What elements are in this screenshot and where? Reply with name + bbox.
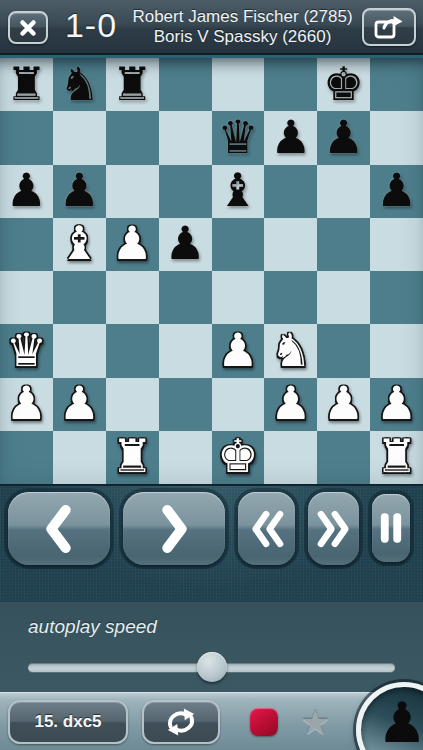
square-h4 (370, 271, 423, 324)
square-h1: ♜ (370, 431, 423, 484)
square-d3 (159, 324, 212, 377)
square-f2: ♟ (264, 378, 317, 431)
piece-white-rook-c1: ♜ (112, 433, 153, 479)
black-player-line: Boris V Spassky (2660) (128, 27, 357, 47)
chess-viewer-app: 1-0 Robert James Fischer (2785) Boris V … (0, 0, 423, 750)
double-chevron-left-icon (247, 506, 287, 552)
square-g2: ♟ (317, 378, 370, 431)
square-f4 (264, 271, 317, 324)
square-b1 (53, 431, 106, 484)
square-h5 (370, 218, 423, 271)
square-a1 (0, 431, 53, 484)
square-f6 (264, 165, 317, 218)
game-title: Robert James Fischer (2785) Boris V Spas… (128, 7, 357, 47)
piece-black-bishop-e6: ♝ (217, 167, 258, 213)
square-f8 (264, 58, 317, 111)
current-move-label: 15. dxc5 (34, 712, 101, 732)
square-a3: ♛ (0, 324, 53, 377)
piece-black-pawn-h6: ♟ (376, 167, 417, 213)
piece-black-pawn-f7: ♟ (270, 114, 311, 160)
square-e2 (212, 378, 265, 431)
square-d5: ♟ (159, 218, 212, 271)
share-icon (373, 13, 405, 41)
piece-black-rook-a8: ♜ (6, 61, 47, 107)
square-a4 (0, 271, 53, 324)
pause-button[interactable] (372, 494, 410, 562)
square-b6: ♟ (53, 165, 106, 218)
square-a5 (0, 218, 53, 271)
previous-move-button[interactable] (8, 492, 110, 565)
square-d8 (159, 58, 212, 111)
square-f1 (264, 431, 317, 484)
piece-black-pawn-d5: ♟ (164, 220, 205, 266)
go-to-start-button[interactable] (238, 492, 295, 565)
piece-black-pawn-g7: ♟ (323, 114, 364, 160)
square-c7 (106, 111, 159, 164)
square-b5: ♝ (53, 218, 106, 271)
autoplay-speed-slider[interactable] (28, 652, 395, 682)
autoplay-panel: autoplay speed (0, 602, 423, 692)
go-to-end-button[interactable] (308, 492, 359, 565)
square-g3 (317, 324, 370, 377)
white-player-line: Robert James Fischer (2785) (128, 7, 357, 27)
square-a6: ♟ (0, 165, 53, 218)
square-g5 (317, 218, 370, 271)
square-d7 (159, 111, 212, 164)
close-button[interactable] (8, 11, 48, 44)
square-b7 (53, 111, 106, 164)
square-d2 (159, 378, 212, 431)
footer-bar: 15. dxc5 ★ ♟ (0, 692, 423, 750)
piece-white-pawn-b2: ♟ (59, 380, 100, 426)
square-e5 (212, 218, 265, 271)
pause-icon (379, 510, 403, 546)
square-h6: ♟ (370, 165, 423, 218)
replay-controls (0, 484, 423, 602)
piece-black-pawn-a6: ♟ (6, 167, 47, 213)
square-d4 (159, 271, 212, 324)
piece-white-pawn-a2: ♟ (6, 380, 47, 426)
square-e3: ♟ (212, 324, 265, 377)
square-g7: ♟ (317, 111, 370, 164)
player-avatar-button[interactable]: ♟ (356, 682, 423, 750)
piece-black-pawn-b6: ♟ (59, 167, 100, 213)
square-a7 (0, 111, 53, 164)
current-move-button[interactable]: 15. dxc5 (8, 700, 128, 744)
piece-white-king-e1: ♚ (217, 433, 258, 479)
piece-black-king-g8: ♚ (323, 61, 364, 107)
square-f3: ♞ (264, 324, 317, 377)
close-icon (16, 16, 40, 40)
square-c4 (106, 271, 159, 324)
square-c6 (106, 165, 159, 218)
square-g8: ♚ (317, 58, 370, 111)
piece-white-rook-h1: ♜ (376, 433, 417, 479)
piece-white-pawn-c5: ♟ (112, 220, 153, 266)
square-a8: ♜ (0, 58, 53, 111)
square-h7 (370, 111, 423, 164)
record-indicator[interactable] (250, 708, 278, 736)
next-move-button[interactable] (123, 492, 225, 565)
autoplay-speed-label: autoplay speed (28, 616, 395, 638)
square-e8 (212, 58, 265, 111)
chevron-left-icon (38, 502, 80, 556)
slider-thumb[interactable] (197, 652, 227, 682)
piece-white-pawn-f2: ♟ (270, 380, 311, 426)
square-b4 (53, 271, 106, 324)
favorite-star-button[interactable]: ★ (300, 705, 330, 739)
share-button[interactable] (362, 8, 416, 46)
square-a2: ♟ (0, 378, 53, 431)
square-g6 (317, 165, 370, 218)
square-b8: ♞ (53, 58, 106, 111)
piece-white-pawn-e3: ♟ (217, 327, 258, 373)
chess-board: ♜♞♜♚♛♟♟♟♟♝♟♝♟♟♛♟♞♟♟♟♟♟♜♚♜ (0, 55, 423, 484)
piece-white-bishop-b5: ♝ (59, 220, 100, 266)
square-e1: ♚ (212, 431, 265, 484)
piece-black-knight-b8: ♞ (59, 61, 100, 107)
square-h3 (370, 324, 423, 377)
piece-white-pawn-h2: ♟ (376, 380, 417, 426)
square-e4 (212, 271, 265, 324)
square-d6 (159, 165, 212, 218)
square-h8 (370, 58, 423, 111)
square-h2: ♟ (370, 378, 423, 431)
piece-black-rook-c8: ♜ (112, 61, 153, 107)
piece-black-queen-e7: ♛ (217, 114, 258, 160)
square-g4 (317, 271, 370, 324)
double-chevron-right-icon (314, 506, 354, 552)
square-b3 (53, 324, 106, 377)
pawn-avatar-icon: ♟ (377, 690, 423, 750)
square-c3 (106, 324, 159, 377)
refresh-icon (164, 707, 198, 737)
square-c5: ♟ (106, 218, 159, 271)
square-b2: ♟ (53, 378, 106, 431)
piece-white-queen-a3: ♛ (6, 327, 47, 373)
square-c2 (106, 378, 159, 431)
square-e7: ♛ (212, 111, 265, 164)
square-c1: ♜ (106, 431, 159, 484)
piece-white-pawn-g2: ♟ (323, 380, 364, 426)
piece-white-knight-f3: ♞ (270, 327, 311, 373)
result-text: 1-0 (60, 6, 122, 45)
square-g1 (317, 431, 370, 484)
square-f5 (264, 218, 317, 271)
square-d1 (159, 431, 212, 484)
square-f7: ♟ (264, 111, 317, 164)
flip-refresh-button[interactable] (142, 700, 220, 744)
chevron-right-icon (153, 502, 195, 556)
square-c8: ♜ (106, 58, 159, 111)
header: 1-0 Robert James Fischer (2785) Boris V … (0, 0, 423, 55)
square-e6: ♝ (212, 165, 265, 218)
